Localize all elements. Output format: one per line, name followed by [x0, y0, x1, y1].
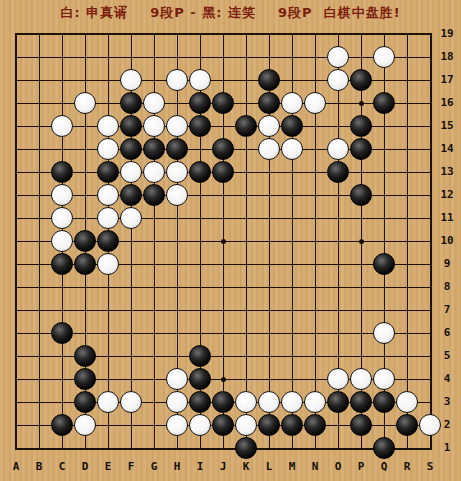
- stone-white-M14: [281, 138, 303, 160]
- row-label-4: 4: [436, 372, 458, 385]
- stone-white-H4: [166, 368, 188, 390]
- row-label-1: 1: [436, 441, 458, 454]
- stone-white-O4: [327, 368, 349, 390]
- star-point-J10: [221, 239, 226, 244]
- col-label-C: C: [54, 460, 70, 473]
- stone-black-P15: [350, 115, 372, 137]
- col-label-D: D: [77, 460, 93, 473]
- stone-white-H13: [166, 161, 188, 183]
- stone-white-L3: [258, 391, 280, 413]
- stone-white-K2: [235, 414, 257, 436]
- stone-white-F11: [120, 207, 142, 229]
- row-label-12: 12: [436, 188, 458, 201]
- stone-black-G14: [143, 138, 165, 160]
- stone-white-R3: [396, 391, 418, 413]
- row-label-5: 5: [436, 349, 458, 362]
- stone-white-K3: [235, 391, 257, 413]
- stone-black-O3: [327, 391, 349, 413]
- stone-white-E15: [97, 115, 119, 137]
- star-point-J4: [221, 377, 226, 382]
- stone-black-L16: [258, 92, 280, 114]
- stone-black-K15: [235, 115, 257, 137]
- stone-white-O18: [327, 46, 349, 68]
- row-label-14: 14: [436, 142, 458, 155]
- stone-black-G12: [143, 184, 165, 206]
- stone-black-I16: [189, 92, 211, 114]
- col-label-J: J: [215, 460, 231, 473]
- stone-white-H2: [166, 414, 188, 436]
- stone-black-I4: [189, 368, 211, 390]
- stone-black-P2: [350, 414, 372, 436]
- go-board[interactable]: [16, 34, 431, 449]
- stone-black-M15: [281, 115, 303, 137]
- stone-black-Q9: [373, 253, 395, 275]
- stone-white-D2: [74, 414, 96, 436]
- stone-black-D10: [74, 230, 96, 252]
- col-label-G: G: [146, 460, 162, 473]
- stone-white-Q4: [373, 368, 395, 390]
- stone-white-M3: [281, 391, 303, 413]
- row-label-11: 11: [436, 211, 458, 224]
- row-label-19: 19: [436, 27, 458, 40]
- stone-black-L2: [258, 414, 280, 436]
- stone-white-F13: [120, 161, 142, 183]
- stone-white-F17: [120, 69, 142, 91]
- stone-white-H17: [166, 69, 188, 91]
- row-label-18: 18: [436, 50, 458, 63]
- row-label-6: 6: [436, 326, 458, 339]
- stone-black-D3: [74, 391, 96, 413]
- stone-white-P4: [350, 368, 372, 390]
- stone-white-H15: [166, 115, 188, 137]
- stone-black-R2: [396, 414, 418, 436]
- stone-black-Q16: [373, 92, 395, 114]
- stone-white-E14: [97, 138, 119, 160]
- row-label-9: 9: [436, 257, 458, 270]
- stone-white-E9: [97, 253, 119, 275]
- stone-black-F12: [120, 184, 142, 206]
- stone-white-H12: [166, 184, 188, 206]
- col-label-E: E: [100, 460, 116, 473]
- stone-black-C9: [51, 253, 73, 275]
- stone-white-O17: [327, 69, 349, 91]
- stone-white-L14: [258, 138, 280, 160]
- row-label-17: 17: [436, 73, 458, 86]
- col-label-S: S: [422, 460, 438, 473]
- stone-black-M2: [281, 414, 303, 436]
- stone-black-E13: [97, 161, 119, 183]
- stone-black-N2: [304, 414, 326, 436]
- stone-white-E12: [97, 184, 119, 206]
- star-point-P10: [359, 239, 364, 244]
- stone-black-C2: [51, 414, 73, 436]
- row-label-3: 3: [436, 395, 458, 408]
- row-label-16: 16: [436, 96, 458, 109]
- stone-black-P14: [350, 138, 372, 160]
- stone-black-C6: [51, 322, 73, 344]
- stone-white-Q6: [373, 322, 395, 344]
- go-game-window: 白: 申真谞 9段P - 黑: 连笑 9段P 白棋中盘胜! ABCDEFGHIJ…: [0, 0, 461, 481]
- stone-white-N16: [304, 92, 326, 114]
- stone-black-P3: [350, 391, 372, 413]
- stone-white-N3: [304, 391, 326, 413]
- stone-white-F3: [120, 391, 142, 413]
- col-label-L: L: [261, 460, 277, 473]
- stone-black-K1: [235, 437, 257, 459]
- stone-white-E11: [97, 207, 119, 229]
- col-label-B: B: [31, 460, 47, 473]
- stone-black-D9: [74, 253, 96, 275]
- stone-black-J14: [212, 138, 234, 160]
- stone-black-F15: [120, 115, 142, 137]
- col-label-P: P: [353, 460, 369, 473]
- stone-black-I3: [189, 391, 211, 413]
- row-label-2: 2: [436, 418, 458, 431]
- stone-black-I5: [189, 345, 211, 367]
- stone-white-O14: [327, 138, 349, 160]
- stone-black-I15: [189, 115, 211, 137]
- row-label-10: 10: [436, 234, 458, 247]
- stone-black-J13: [212, 161, 234, 183]
- stone-white-G15: [143, 115, 165, 137]
- stone-black-I13: [189, 161, 211, 183]
- stone-black-F14: [120, 138, 142, 160]
- stone-black-L17: [258, 69, 280, 91]
- stone-black-E10: [97, 230, 119, 252]
- stone-black-Q1: [373, 437, 395, 459]
- stone-white-C15: [51, 115, 73, 137]
- stone-black-H14: [166, 138, 188, 160]
- stone-white-C11: [51, 207, 73, 229]
- stone-black-J2: [212, 414, 234, 436]
- stone-black-D4: [74, 368, 96, 390]
- col-label-I: I: [192, 460, 208, 473]
- col-label-M: M: [284, 460, 300, 473]
- row-label-13: 13: [436, 165, 458, 178]
- stone-white-E3: [97, 391, 119, 413]
- stone-white-C12: [51, 184, 73, 206]
- stone-white-Q18: [373, 46, 395, 68]
- stone-white-H3: [166, 391, 188, 413]
- row-label-15: 15: [436, 119, 458, 132]
- stone-black-P17: [350, 69, 372, 91]
- stone-white-M16: [281, 92, 303, 114]
- col-label-H: H: [169, 460, 185, 473]
- stone-black-F16: [120, 92, 142, 114]
- star-point-P16: [359, 101, 364, 106]
- stone-white-L15: [258, 115, 280, 137]
- stone-black-P12: [350, 184, 372, 206]
- col-label-K: K: [238, 460, 254, 473]
- col-label-R: R: [399, 460, 415, 473]
- stone-black-C13: [51, 161, 73, 183]
- stone-white-G13: [143, 161, 165, 183]
- game-info-header: 白: 申真谞 9段P - 黑: 连笑 9段P 白棋中盘胜!: [0, 4, 461, 22]
- row-label-8: 8: [436, 280, 458, 293]
- stone-black-J3: [212, 391, 234, 413]
- col-label-A: A: [8, 460, 24, 473]
- stone-black-D5: [74, 345, 96, 367]
- stone-white-C10: [51, 230, 73, 252]
- stone-black-J16: [212, 92, 234, 114]
- col-label-F: F: [123, 460, 139, 473]
- stone-black-O13: [327, 161, 349, 183]
- stone-white-G16: [143, 92, 165, 114]
- col-label-O: O: [330, 460, 346, 473]
- stone-black-Q3: [373, 391, 395, 413]
- stone-white-I17: [189, 69, 211, 91]
- stone-white-I2: [189, 414, 211, 436]
- col-label-Q: Q: [376, 460, 392, 473]
- row-label-7: 7: [436, 303, 458, 316]
- col-label-N: N: [307, 460, 323, 473]
- stone-white-D16: [74, 92, 96, 114]
